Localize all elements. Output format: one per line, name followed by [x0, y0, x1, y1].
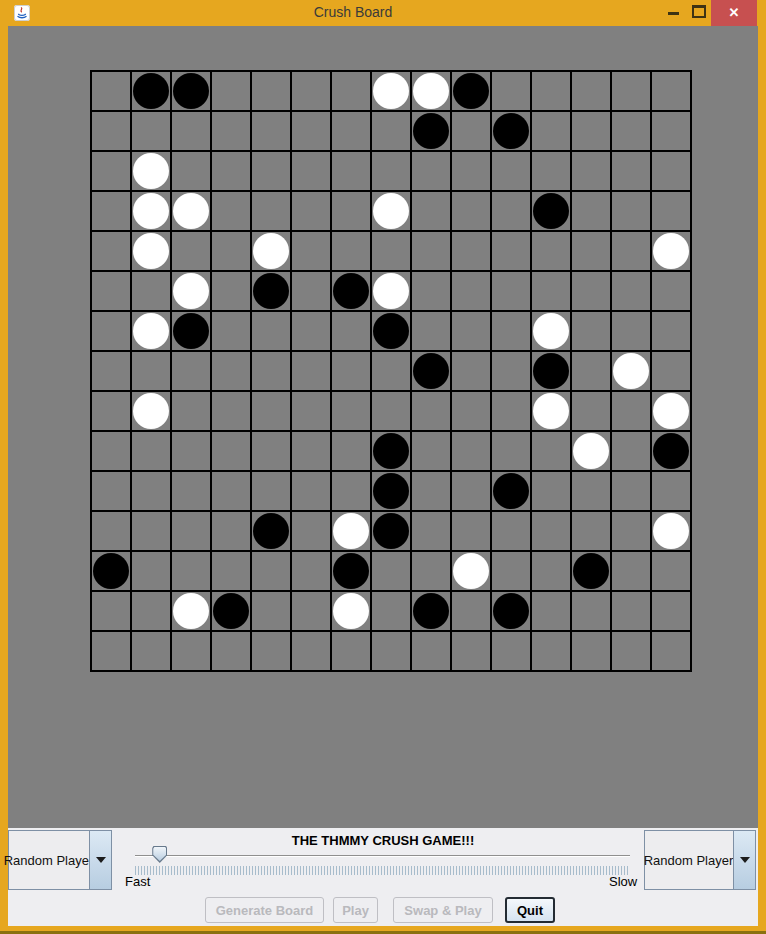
board-cell[interactable] [292, 352, 332, 392]
stone-black [373, 433, 409, 469]
stone-black [133, 73, 169, 109]
board-cell[interactable] [652, 432, 692, 472]
board-cell[interactable] [612, 512, 652, 552]
board-cell[interactable] [572, 232, 612, 272]
board-cell[interactable] [572, 352, 612, 392]
board-cell[interactable] [492, 432, 532, 472]
board-cell[interactable] [452, 112, 492, 152]
board-cell[interactable] [212, 112, 252, 152]
stone-black [93, 553, 129, 589]
board-cell[interactable] [372, 152, 412, 192]
board-cell[interactable] [652, 472, 692, 512]
board-cell[interactable] [532, 192, 572, 232]
stone-white [613, 353, 649, 389]
board-cell[interactable] [292, 112, 332, 152]
board-cell[interactable] [652, 272, 692, 312]
board-cell[interactable] [412, 72, 452, 112]
board-cell[interactable] [572, 592, 612, 632]
board-cell[interactable] [452, 512, 492, 552]
board-cell[interactable] [412, 632, 452, 672]
stone-white [333, 593, 369, 629]
board-cell[interactable] [212, 552, 252, 592]
board-cell[interactable] [532, 592, 572, 632]
board-cell[interactable] [92, 592, 132, 632]
board-cell[interactable] [132, 512, 172, 552]
board-cell[interactable] [652, 72, 692, 112]
close-button[interactable]: ✕ [711, 0, 757, 26]
fast-label: Fast [125, 874, 150, 889]
board-cell[interactable] [92, 512, 132, 552]
stone-black [413, 113, 449, 149]
board-cell[interactable] [412, 552, 452, 592]
board-cell[interactable] [132, 192, 172, 232]
board-cell[interactable] [612, 152, 652, 192]
board-cell[interactable] [372, 192, 412, 232]
board-cell[interactable] [172, 472, 212, 512]
board-cell[interactable] [372, 392, 412, 432]
board-cell[interactable] [332, 592, 372, 632]
board-cell[interactable] [412, 312, 452, 352]
board-cell[interactable] [572, 632, 612, 672]
board-cell[interactable] [412, 232, 452, 272]
board-cell[interactable] [452, 232, 492, 272]
board-cell[interactable] [652, 512, 692, 552]
board-cell[interactable] [252, 472, 292, 512]
stone-white [533, 393, 569, 429]
board-cell[interactable] [132, 472, 172, 512]
stone-white [373, 273, 409, 309]
board-cell[interactable] [532, 392, 572, 432]
board-cell[interactable] [572, 552, 612, 592]
board-cell[interactable] [212, 352, 252, 392]
slider-tick-marks [135, 866, 630, 875]
board-cell[interactable] [332, 312, 372, 352]
board-cell[interactable] [612, 552, 652, 592]
swap-and-play-button[interactable]: Swap & Play [393, 897, 493, 923]
board-cell[interactable] [292, 192, 332, 232]
board-cell[interactable] [572, 392, 612, 432]
board-cell[interactable] [652, 232, 692, 272]
board-cell[interactable] [292, 432, 332, 472]
board-cell[interactable] [492, 192, 532, 232]
board-cell[interactable] [652, 192, 692, 232]
board-cell[interactable] [492, 352, 532, 392]
board-cell[interactable] [372, 72, 412, 112]
stone-white [453, 553, 489, 589]
board-cell[interactable] [92, 192, 132, 232]
board-cell[interactable] [652, 112, 692, 152]
play-button[interactable]: Play [333, 897, 378, 923]
board-cell[interactable] [252, 352, 292, 392]
board-cell[interactable] [172, 272, 212, 312]
board-cell[interactable] [92, 632, 132, 672]
board-cell[interactable] [292, 552, 332, 592]
board-cell[interactable] [572, 112, 612, 152]
board-cell[interactable] [292, 232, 332, 272]
board-cell[interactable] [372, 232, 412, 272]
stone-white [173, 273, 209, 309]
board-cell[interactable] [372, 432, 412, 472]
board-cell[interactable] [452, 312, 492, 352]
board-cell[interactable] [172, 192, 212, 232]
board-cell[interactable] [372, 112, 412, 152]
stone-black [213, 593, 249, 629]
board-cell[interactable] [492, 232, 532, 272]
board-cell[interactable] [92, 272, 132, 312]
stone-black [333, 273, 369, 309]
board-cell[interactable] [212, 512, 252, 552]
right-player-combobox[interactable]: Random Player [644, 830, 756, 890]
board-cell[interactable] [532, 432, 572, 472]
board-cell[interactable] [292, 272, 332, 312]
board-cell[interactable] [292, 592, 332, 632]
window-title: Crush Board [60, 4, 646, 20]
board-cell[interactable] [332, 472, 372, 512]
board-cell[interactable] [172, 152, 212, 192]
board-cell[interactable] [452, 552, 492, 592]
board-cell[interactable] [332, 72, 372, 112]
board-cell[interactable] [652, 152, 692, 192]
board-cell[interactable] [532, 552, 572, 592]
quit-button[interactable]: Quit [505, 897, 555, 923]
titlebar: Crush Board ✕ [0, 0, 766, 26]
board-cell[interactable] [372, 632, 412, 672]
board-cell[interactable] [332, 232, 372, 272]
board-cell[interactable] [92, 432, 132, 472]
board-cell[interactable] [452, 352, 492, 392]
board-cell[interactable] [532, 352, 572, 392]
stone-black [453, 73, 489, 109]
stone-white [333, 513, 369, 549]
board-cell[interactable] [252, 432, 292, 472]
board-cell[interactable] [132, 112, 172, 152]
board-cell[interactable] [452, 272, 492, 312]
board-cell[interactable] [252, 592, 292, 632]
stone-white [533, 313, 569, 349]
board-cell[interactable] [572, 472, 612, 512]
board-cell[interactable] [332, 192, 372, 232]
board-cell[interactable] [612, 72, 652, 112]
stone-black [573, 553, 609, 589]
board-cell[interactable] [612, 472, 652, 512]
board-cell[interactable] [92, 472, 132, 512]
board-cell[interactable] [572, 312, 612, 352]
slow-label: Slow [609, 874, 637, 889]
board-cell[interactable] [212, 72, 252, 112]
stone-black [413, 353, 449, 389]
board-cell[interactable] [132, 592, 172, 632]
stone-black [173, 73, 209, 109]
board-cell[interactable] [292, 472, 332, 512]
board-cell[interactable] [452, 472, 492, 512]
board-cell[interactable] [532, 152, 572, 192]
stone-white [653, 233, 689, 269]
board-cell[interactable] [212, 472, 252, 512]
board-cell[interactable] [612, 112, 652, 152]
board-cell[interactable] [132, 352, 172, 392]
java-coffee-cup-icon[interactable] [14, 5, 30, 21]
board-cell[interactable] [212, 432, 252, 472]
board-cell[interactable] [612, 312, 652, 352]
board-cell[interactable] [332, 392, 372, 432]
generate-board-button[interactable]: Generate Board [205, 897, 324, 923]
board-cell[interactable] [652, 592, 692, 632]
maximize-icon [692, 5, 706, 18]
left-player-value: Random Player [9, 831, 88, 889]
board-cell[interactable] [212, 192, 252, 232]
board-cell[interactable] [292, 152, 332, 192]
board-cell[interactable] [452, 432, 492, 472]
board-cell[interactable] [252, 272, 292, 312]
board-cell[interactable] [132, 272, 172, 312]
board-cell[interactable] [372, 312, 412, 352]
board-cell[interactable] [412, 592, 452, 632]
board-cell[interactable] [492, 472, 532, 512]
board-cell[interactable] [292, 392, 332, 432]
board-cell[interactable] [532, 232, 572, 272]
board-cell[interactable] [452, 592, 492, 632]
board-cell[interactable] [92, 232, 132, 272]
board-cell[interactable] [612, 272, 652, 312]
board-cell[interactable] [492, 272, 532, 312]
board-cell[interactable] [612, 352, 652, 392]
game-title: THE THMMY CRUSH GAME!!! [118, 833, 648, 848]
stone-black [493, 473, 529, 509]
board-cell[interactable] [372, 472, 412, 512]
stone-white [373, 193, 409, 229]
board [90, 70, 692, 672]
stone-black [253, 273, 289, 309]
board-cell[interactable] [532, 272, 572, 312]
board-cell[interactable] [452, 392, 492, 432]
board-cell[interactable] [292, 72, 332, 112]
content-area: Random Player THE THMMY CRUSH GAME!!! Fa… [8, 26, 758, 926]
stone-white [133, 393, 169, 429]
board-cell[interactable] [292, 312, 332, 352]
board-cell[interactable] [652, 552, 692, 592]
stone-white [253, 233, 289, 269]
board-cell[interactable] [92, 112, 132, 152]
board-cell[interactable] [652, 312, 692, 352]
stone-black [413, 593, 449, 629]
board-cell[interactable] [572, 192, 612, 232]
stone-white [573, 433, 609, 469]
board-cell[interactable] [92, 152, 132, 192]
board-cell[interactable] [212, 592, 252, 632]
board-cell[interactable] [492, 72, 532, 112]
board-cell[interactable] [212, 232, 252, 272]
board-cell[interactable] [252, 512, 292, 552]
board-cell[interactable] [532, 472, 572, 512]
board-cell[interactable] [132, 152, 172, 192]
board-cell[interactable] [412, 192, 452, 232]
maximize-button[interactable] [687, 0, 711, 26]
board-cell[interactable] [172, 392, 212, 432]
board-cell[interactable] [412, 392, 452, 432]
board-cell[interactable] [412, 152, 452, 192]
board-cell[interactable] [172, 432, 212, 472]
board-cell[interactable] [332, 512, 372, 552]
board-cell[interactable] [172, 312, 212, 352]
board-cell[interactable] [572, 72, 612, 112]
board-cell[interactable] [492, 552, 532, 592]
stone-black [373, 513, 409, 549]
stone-white [653, 393, 689, 429]
stone-white [133, 153, 169, 189]
board-cell[interactable] [492, 112, 532, 152]
board-cell[interactable] [652, 632, 692, 672]
board-cell[interactable] [612, 632, 652, 672]
board-cell[interactable] [132, 72, 172, 112]
board-cell[interactable] [172, 512, 212, 552]
board-cell[interactable] [172, 632, 212, 672]
board-cell[interactable] [212, 632, 252, 672]
board-cell[interactable] [92, 72, 132, 112]
board-cell[interactable] [252, 112, 292, 152]
board-cell[interactable] [292, 512, 332, 552]
board-cell[interactable] [372, 512, 412, 552]
board-cell[interactable] [372, 592, 412, 632]
board-cell[interactable] [332, 632, 372, 672]
stone-white [653, 513, 689, 549]
board-cell[interactable] [252, 552, 292, 592]
stone-black [653, 433, 689, 469]
stone-black [173, 313, 209, 349]
stone-black [533, 353, 569, 389]
board-cell[interactable] [412, 432, 452, 472]
board-cell[interactable] [172, 352, 212, 392]
board-cell[interactable] [92, 392, 132, 432]
board-cell[interactable] [212, 392, 252, 432]
board-cell[interactable] [132, 632, 172, 672]
stone-white [133, 313, 169, 349]
board-cell[interactable] [252, 72, 292, 112]
board-cell[interactable] [92, 312, 132, 352]
board-cell[interactable] [412, 352, 452, 392]
board-cell[interactable] [92, 352, 132, 392]
board-cell[interactable] [212, 312, 252, 352]
board-cell[interactable] [532, 72, 572, 112]
board-cell[interactable] [372, 272, 412, 312]
board-cell[interactable] [172, 72, 212, 112]
board-cell[interactable] [252, 152, 292, 192]
board-cell[interactable] [532, 512, 572, 552]
board-cell[interactable] [572, 512, 612, 552]
stone-black [253, 513, 289, 549]
board-cell[interactable] [172, 232, 212, 272]
board-cell[interactable] [492, 392, 532, 432]
board-cell[interactable] [332, 112, 372, 152]
board-cell[interactable] [412, 472, 452, 512]
board-cell[interactable] [212, 272, 252, 312]
board-cell[interactable] [572, 432, 612, 472]
board-cell[interactable] [132, 552, 172, 592]
left-player-combobox[interactable]: Random Player [8, 830, 112, 890]
board-cell[interactable] [532, 112, 572, 152]
board-cell[interactable] [412, 272, 452, 312]
board-cell[interactable] [572, 272, 612, 312]
board-cell[interactable] [452, 72, 492, 112]
board-cell[interactable] [92, 552, 132, 592]
board-cell[interactable] [652, 392, 692, 432]
board-cell[interactable] [612, 392, 652, 432]
board-cell[interactable] [292, 632, 332, 672]
board-cell[interactable] [332, 152, 372, 192]
close-icon: ✕ [729, 5, 740, 20]
board-cell[interactable] [252, 392, 292, 432]
board-cell[interactable] [612, 232, 652, 272]
speed-slider-track[interactable] [135, 855, 630, 857]
board-cell[interactable] [332, 352, 372, 392]
board-cell[interactable] [252, 312, 292, 352]
board-cell[interactable] [412, 512, 452, 552]
board-cell[interactable] [132, 312, 172, 352]
stone-white [413, 73, 449, 109]
stone-black [493, 113, 529, 149]
stone-black [373, 473, 409, 509]
board-cell[interactable] [652, 352, 692, 392]
stone-white [373, 73, 409, 109]
board-cell[interactable] [532, 632, 572, 672]
board-cell[interactable] [452, 192, 492, 232]
app-window: Crush Board ✕ Random Player THE THMMY CR… [0, 0, 766, 934]
board-cell[interactable] [452, 632, 492, 672]
board-cell[interactable] [612, 432, 652, 472]
bottom-panel: Random Player THE THMMY CRUSH GAME!!! Fa… [8, 828, 758, 926]
board-cell[interactable] [452, 152, 492, 192]
board-cell[interactable] [252, 632, 292, 672]
board-cell[interactable] [172, 112, 212, 152]
board-cell[interactable] [492, 312, 532, 352]
board-cell[interactable] [212, 152, 252, 192]
stone-white [133, 193, 169, 229]
right-player-value: Random Player [645, 831, 732, 889]
board-cell[interactable] [612, 592, 652, 632]
board-cell[interactable] [132, 432, 172, 472]
minimize-button[interactable] [659, 0, 687, 26]
board-cell[interactable] [172, 552, 212, 592]
speed-slider-thumb[interactable] [152, 846, 167, 863]
board-cell[interactable] [252, 192, 292, 232]
stone-white [133, 233, 169, 269]
board-cell[interactable] [532, 312, 572, 352]
board-cell[interactable] [332, 552, 372, 592]
chevron-down-icon[interactable] [89, 831, 111, 889]
board-cell[interactable] [372, 352, 412, 392]
chevron-down-icon[interactable] [733, 831, 755, 889]
board-cell[interactable] [332, 272, 372, 312]
stone-white [173, 193, 209, 229]
board-cell[interactable] [492, 592, 532, 632]
stone-black [373, 313, 409, 349]
stone-white [173, 593, 209, 629]
stone-black [493, 593, 529, 629]
board-cell[interactable] [612, 192, 652, 232]
board-cell[interactable] [172, 592, 212, 632]
board-cell[interactable] [492, 512, 532, 552]
board-cell[interactable] [132, 232, 172, 272]
board-cell[interactable] [492, 632, 532, 672]
stone-black [333, 553, 369, 589]
board-cell[interactable] [252, 232, 292, 272]
board-cell[interactable] [372, 552, 412, 592]
board-cell[interactable] [572, 152, 612, 192]
board-cell[interactable] [132, 392, 172, 432]
board-cell[interactable] [492, 152, 532, 192]
board-cell[interactable] [412, 112, 452, 152]
board-cell[interactable] [332, 432, 372, 472]
minimize-icon [668, 12, 679, 15]
